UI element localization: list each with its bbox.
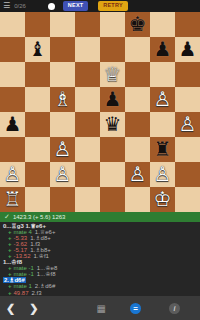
square-f4[interactable]	[125, 112, 150, 137]
square-f1[interactable]	[125, 187, 150, 212]
square-e2[interactable]	[100, 162, 125, 187]
square-f3[interactable]	[125, 137, 150, 162]
square-b4[interactable]	[25, 112, 50, 137]
square-a2[interactable]: ♙	[0, 162, 25, 187]
white-bishop-c5[interactable]: ♗	[54, 87, 72, 112]
black-pawn-g7[interactable]: ♟	[154, 37, 172, 62]
expand-icon[interactable]: +	[8, 290, 12, 296]
black-pawn-e5[interactable]: ♟	[104, 87, 122, 112]
board-icon[interactable]: ▦	[97, 303, 106, 314]
black-pawn-a4[interactable]: ♟	[4, 112, 22, 137]
white-queen-e6[interactable]: ♕	[104, 62, 122, 87]
black-queen-e4[interactable]: ♛	[104, 112, 122, 137]
eval-value: mate 1	[14, 283, 32, 289]
prev-move-icon[interactable]: ❮	[6, 296, 15, 320]
white-pawn-a2[interactable]: ♙	[4, 162, 22, 187]
chess-board[interactable]: ♚♝♟♟♕♗♟♙♟♛♙♙♜♙♙♙♙♖♔	[0, 12, 200, 212]
white-pawn-h4[interactable]: ♙	[179, 112, 197, 137]
square-g7[interactable]: ♟	[150, 37, 175, 62]
next-move-icon[interactable]: ❯	[29, 296, 38, 320]
square-a8[interactable]	[0, 12, 25, 37]
square-h3[interactable]	[175, 137, 200, 162]
square-c5[interactable]: ♗	[50, 87, 75, 112]
expand-icon[interactable]: +	[8, 283, 12, 289]
square-c8[interactable]	[50, 12, 75, 37]
square-f5[interactable]	[125, 87, 150, 112]
retry-button[interactable]: RETRY	[98, 1, 127, 11]
square-b1[interactable]	[25, 187, 50, 212]
square-c1[interactable]	[50, 187, 75, 212]
square-d1[interactable]	[75, 187, 100, 212]
square-e6[interactable]: ♕	[100, 62, 125, 87]
white-pawn-f2[interactable]: ♙	[129, 162, 147, 187]
square-c6[interactable]	[50, 62, 75, 87]
white-pawn-c3[interactable]: ♙	[54, 137, 72, 162]
checkmark-icon: ✓	[4, 212, 10, 222]
square-f2[interactable]: ♙	[125, 162, 150, 187]
square-a6[interactable]	[0, 62, 25, 87]
square-b2[interactable]	[25, 162, 50, 187]
square-h6[interactable]	[175, 62, 200, 87]
next-button[interactable]: NEXT	[63, 1, 88, 11]
square-h4[interactable]: ♙	[175, 112, 200, 137]
square-a3[interactable]	[0, 137, 25, 162]
rating-text: 1423.3 (+ 5.6) 1263	[13, 212, 66, 222]
top-bar: ☰ 0/26 NEXT RETRY	[0, 0, 200, 12]
square-e7[interactable]	[100, 37, 125, 62]
white-pawn-g2[interactable]: ♙	[154, 162, 172, 187]
square-e4[interactable]: ♛	[100, 112, 125, 137]
square-e3[interactable]	[100, 137, 125, 162]
square-g6[interactable]	[150, 62, 175, 87]
square-a5[interactable]	[0, 87, 25, 112]
black-bishop-b7[interactable]: ♝	[29, 37, 47, 62]
square-h8[interactable]	[175, 12, 200, 37]
square-a4[interactable]: ♟	[0, 112, 25, 137]
square-b3[interactable]	[25, 137, 50, 162]
white-king-g1[interactable]: ♔	[154, 187, 172, 212]
square-f8[interactable]: ♚	[125, 12, 150, 37]
square-d7[interactable]	[75, 37, 100, 62]
square-h2[interactable]	[175, 162, 200, 187]
square-e1[interactable]	[100, 187, 125, 212]
square-c4[interactable]	[50, 112, 75, 137]
analysis-panel[interactable]: 0...♖g3 1.♕e6++mate 41.♕e6++-5.331.♗d8++…	[0, 222, 200, 296]
square-f6[interactable]	[125, 62, 150, 87]
move-text[interactable]: 2.f3	[32, 290, 42, 296]
white-to-move-indicator	[48, 3, 55, 10]
square-b8[interactable]	[25, 12, 50, 37]
status-bar: ✓ 1423.3 (+ 5.6) 1263	[0, 212, 200, 222]
black-king-f8[interactable]: ♚	[129, 12, 147, 37]
square-d5[interactable]	[75, 87, 100, 112]
square-b7[interactable]: ♝	[25, 37, 50, 62]
info-circle-icon[interactable]: i	[169, 303, 180, 314]
square-a1[interactable]: ♖	[0, 187, 25, 212]
square-g8[interactable]	[150, 12, 175, 37]
white-pawn-c2[interactable]: ♙	[54, 162, 72, 187]
square-g1[interactable]: ♔	[150, 187, 175, 212]
move-text[interactable]: 1.♔f1	[34, 253, 49, 259]
equal-circle-icon[interactable]: =	[130, 303, 141, 314]
square-b6[interactable]	[25, 62, 50, 87]
square-c3[interactable]: ♙	[50, 137, 75, 162]
square-a7[interactable]	[0, 37, 25, 62]
square-e8[interactable]	[100, 12, 125, 37]
menu-icon[interactable]: ☰	[3, 0, 10, 12]
chess-puzzle-app: ☰ 0/26 NEXT RETRY ♚♝♟♟♕♗♟♙♟♛♙♙♜♙♙♙♙♖♔ ✓ …	[0, 0, 200, 320]
puzzle-counter: 0/26	[14, 3, 26, 9]
square-g4[interactable]	[150, 112, 175, 137]
white-rook-a1[interactable]: ♖	[4, 187, 22, 212]
square-g5[interactable]: ♙	[150, 87, 175, 112]
black-pawn-h7[interactable]: ♟	[179, 37, 197, 62]
square-d4[interactable]	[75, 112, 100, 137]
move-text[interactable]: 1...♔f8	[37, 271, 56, 277]
square-c7[interactable]	[50, 37, 75, 62]
black-rook-g3[interactable]: ♜	[154, 137, 172, 162]
eval-value: 49.87	[14, 290, 29, 296]
square-d2[interactable]	[75, 162, 100, 187]
white-pawn-g5[interactable]: ♙	[154, 87, 172, 112]
bottom-toolbar: ❮ ❯ ▦ = i	[0, 296, 200, 320]
square-f7[interactable]	[125, 37, 150, 62]
square-h5[interactable]	[175, 87, 200, 112]
square-d8[interactable]	[75, 12, 100, 37]
square-g2[interactable]: ♙	[150, 162, 175, 187]
engine-line[interactable]: +49.872.f3	[3, 290, 200, 296]
square-d6[interactable]	[75, 62, 100, 87]
square-g3[interactable]: ♜	[150, 137, 175, 162]
square-b5[interactable]	[25, 87, 50, 112]
square-e5[interactable]: ♟	[100, 87, 125, 112]
square-h7[interactable]: ♟	[175, 37, 200, 62]
square-c2[interactable]: ♙	[50, 162, 75, 187]
square-h1[interactable]	[175, 187, 200, 212]
square-d3[interactable]	[75, 137, 100, 162]
